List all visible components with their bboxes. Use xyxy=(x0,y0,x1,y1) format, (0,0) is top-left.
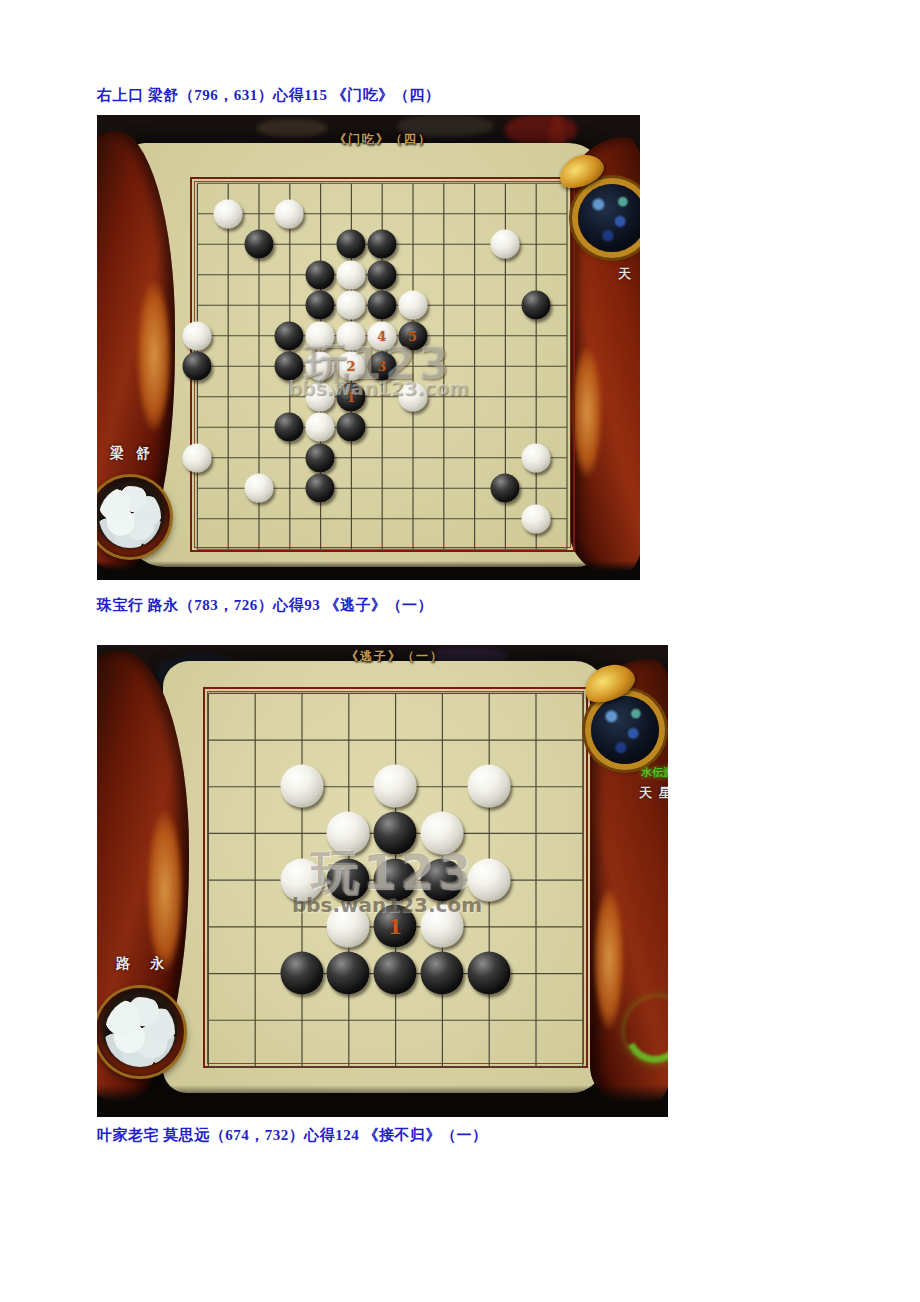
intersection[interactable] xyxy=(428,198,459,229)
intersection[interactable] xyxy=(520,351,551,382)
intersection[interactable] xyxy=(274,198,305,229)
intersection[interactable] xyxy=(336,442,367,473)
black-stone xyxy=(280,952,323,995)
intersection[interactable] xyxy=(274,168,305,199)
intersection[interactable] xyxy=(465,716,512,763)
scene-green-text: 水伝游 xyxy=(641,765,668,780)
intersection[interactable] xyxy=(397,473,428,504)
intersection[interactable] xyxy=(325,716,372,763)
intersection[interactable] xyxy=(419,950,466,997)
intersection[interactable] xyxy=(212,442,243,473)
black-stone-jar xyxy=(591,696,659,764)
scene-beam xyxy=(257,119,327,137)
intersection[interactable] xyxy=(274,412,305,443)
caption-taozi: 珠宝行 路永（783，726）心得93 《逃子》（一） xyxy=(97,596,433,615)
intersection[interactable] xyxy=(336,229,367,260)
intersection[interactable] xyxy=(366,198,397,229)
intersection[interactable] xyxy=(274,259,305,290)
intersection[interactable] xyxy=(336,412,367,443)
intersection[interactable] xyxy=(490,412,521,443)
intersection[interactable] xyxy=(520,320,551,351)
intersection[interactable] xyxy=(465,1043,512,1090)
intersection[interactable] xyxy=(428,168,459,199)
intersection[interactable] xyxy=(490,473,521,504)
intersection[interactable] xyxy=(551,229,582,260)
intersection[interactable] xyxy=(490,229,521,260)
scene-text-fragment: 天星 xyxy=(639,784,668,802)
intersection[interactable] xyxy=(185,1043,232,1090)
black-stone xyxy=(275,321,304,350)
intersection[interactable] xyxy=(459,229,490,260)
intersection[interactable] xyxy=(366,442,397,473)
black-stone xyxy=(490,474,519,503)
intersection[interactable] xyxy=(372,670,419,717)
intersection[interactable] xyxy=(325,950,372,997)
intersection[interactable] xyxy=(520,229,551,260)
scene-red-roof xyxy=(505,115,577,145)
intersection[interactable] xyxy=(520,290,551,321)
intersection[interactable] xyxy=(274,229,305,260)
intersection[interactable] xyxy=(336,168,367,199)
intersection[interactable] xyxy=(459,534,490,565)
white-stone xyxy=(521,443,550,472)
intersection[interactable] xyxy=(551,320,582,351)
intersection[interactable] xyxy=(278,763,325,810)
intersection[interactable] xyxy=(182,351,213,382)
intersection[interactable] xyxy=(397,534,428,565)
black-stone xyxy=(367,230,396,259)
intersection[interactable] xyxy=(231,810,278,857)
intersection[interactable] xyxy=(325,996,372,1043)
intersection[interactable] xyxy=(212,503,243,534)
black-stone xyxy=(306,474,335,503)
intersection[interactable] xyxy=(397,412,428,443)
go-screenshot-menchi: 《门吃》（四） 45231 玩123 bbs.wan123.com 梁舒 天 xyxy=(97,115,640,580)
intersection[interactable] xyxy=(212,198,243,229)
intersection[interactable] xyxy=(397,168,428,199)
intersection[interactable] xyxy=(428,534,459,565)
intersection[interactable] xyxy=(372,763,419,810)
intersection[interactable] xyxy=(325,670,372,717)
intersection[interactable] xyxy=(551,351,582,382)
intersection[interactable] xyxy=(490,290,521,321)
white-stone xyxy=(182,443,211,472)
intersection[interactable] xyxy=(182,290,213,321)
intersection[interactable] xyxy=(243,412,274,443)
intersection[interactable] xyxy=(185,810,232,857)
intersection[interactable] xyxy=(305,442,336,473)
intersection[interactable] xyxy=(231,763,278,810)
intersection[interactable] xyxy=(459,168,490,199)
white-stone xyxy=(275,199,304,228)
black-stone-jar xyxy=(578,184,640,252)
intersection[interactable] xyxy=(212,259,243,290)
intersection[interactable] xyxy=(428,259,459,290)
bowl-white-stones xyxy=(105,997,175,1067)
intersection[interactable] xyxy=(551,381,582,412)
white-stone xyxy=(467,765,510,808)
intersection[interactable] xyxy=(305,534,336,565)
intersection[interactable] xyxy=(274,290,305,321)
intersection[interactable] xyxy=(243,503,274,534)
white-stone xyxy=(521,504,550,533)
intersection[interactable] xyxy=(278,996,325,1043)
intersection[interactable] xyxy=(274,442,305,473)
black-stone xyxy=(306,443,335,472)
intersection[interactable] xyxy=(305,198,336,229)
intersection[interactable] xyxy=(336,198,367,229)
intersection[interactable] xyxy=(551,442,582,473)
intersection[interactable] xyxy=(185,950,232,997)
intersection[interactable] xyxy=(212,381,243,412)
intersection[interactable] xyxy=(512,763,559,810)
intersection[interactable] xyxy=(243,320,274,351)
intersection[interactable] xyxy=(428,503,459,534)
intersection[interactable] xyxy=(185,856,232,903)
intersection[interactable] xyxy=(212,534,243,565)
intersection[interactable] xyxy=(305,290,336,321)
intersection[interactable] xyxy=(459,290,490,321)
intersection[interactable] xyxy=(559,763,606,810)
intersection[interactable] xyxy=(428,442,459,473)
intersection[interactable] xyxy=(366,290,397,321)
intersection[interactable] xyxy=(512,670,559,717)
intersection[interactable] xyxy=(182,473,213,504)
intersection[interactable] xyxy=(419,716,466,763)
intersection[interactable] xyxy=(459,320,490,351)
intersection[interactable] xyxy=(428,412,459,443)
scene-text-fragment: 天 xyxy=(618,265,631,283)
white-stone xyxy=(306,413,335,442)
intersection[interactable] xyxy=(182,168,213,199)
intersection[interactable] xyxy=(520,381,551,412)
intersection[interactable] xyxy=(372,950,419,997)
intersection[interactable] xyxy=(551,259,582,290)
scene-bottom-shadow xyxy=(97,1085,668,1117)
intersection[interactable] xyxy=(336,534,367,565)
intersection[interactable] xyxy=(182,198,213,229)
intersection[interactable] xyxy=(459,503,490,534)
intersection[interactable] xyxy=(459,259,490,290)
intersection[interactable] xyxy=(551,534,582,565)
intersection[interactable] xyxy=(465,996,512,1043)
intersection[interactable] xyxy=(366,229,397,260)
intersection[interactable] xyxy=(278,950,325,997)
intersection[interactable] xyxy=(182,259,213,290)
intersection[interactable] xyxy=(231,996,278,1043)
intersection[interactable] xyxy=(490,320,521,351)
intersection[interactable] xyxy=(397,503,428,534)
intersection[interactable] xyxy=(305,259,336,290)
intersection[interactable] xyxy=(520,473,551,504)
intersection[interactable] xyxy=(366,259,397,290)
caption-jiebugui: 叶家老宅 莫思远（674，732）心得124 《接不归》（一） xyxy=(97,1126,488,1145)
move-number: 1 xyxy=(388,916,403,937)
intersection[interactable] xyxy=(274,503,305,534)
intersection[interactable] xyxy=(397,442,428,473)
intersection[interactable] xyxy=(559,856,606,903)
intersection[interactable] xyxy=(185,996,232,1043)
intersection[interactable] xyxy=(243,198,274,229)
intersection[interactable] xyxy=(243,259,274,290)
white-stone xyxy=(213,199,242,228)
puzzle-title: 《逃子》（一） xyxy=(346,648,444,665)
intersection[interactable] xyxy=(559,950,606,997)
intersection[interactable] xyxy=(336,290,367,321)
intersection[interactable] xyxy=(305,473,336,504)
intersection[interactable] xyxy=(305,503,336,534)
intersection[interactable] xyxy=(551,412,582,443)
intersection[interactable] xyxy=(428,290,459,321)
intersection[interactable] xyxy=(459,473,490,504)
intersection[interactable] xyxy=(490,442,521,473)
intersection[interactable] xyxy=(490,198,521,229)
intersection[interactable] xyxy=(465,950,512,997)
intersection[interactable] xyxy=(372,1043,419,1090)
intersection[interactable] xyxy=(243,473,274,504)
intersection[interactable] xyxy=(465,670,512,717)
black-stone xyxy=(467,952,510,995)
intersection[interactable] xyxy=(182,320,213,351)
intersection[interactable] xyxy=(274,320,305,351)
intersection[interactable] xyxy=(520,534,551,565)
intersection[interactable] xyxy=(182,229,213,260)
intersection[interactable] xyxy=(559,1043,606,1090)
intersection[interactable] xyxy=(243,442,274,473)
intersection[interactable] xyxy=(490,259,521,290)
intersection[interactable] xyxy=(559,810,606,857)
intersection[interactable] xyxy=(212,320,243,351)
intersection[interactable] xyxy=(325,763,372,810)
intersection[interactable] xyxy=(305,168,336,199)
intersection[interactable] xyxy=(520,198,551,229)
intersection[interactable] xyxy=(512,810,559,857)
white-stone-bowl xyxy=(97,988,184,1076)
intersection[interactable] xyxy=(490,534,521,565)
black-stone xyxy=(336,413,365,442)
black-stone xyxy=(336,230,365,259)
intersection[interactable] xyxy=(274,473,305,504)
intersection[interactable] xyxy=(512,716,559,763)
player-name-label: 梁舒 xyxy=(110,445,162,463)
intersection[interactable] xyxy=(512,856,559,903)
intersection[interactable] xyxy=(212,168,243,199)
caption-menchi: 右上口 梁舒（796，631）心得115 《门吃》（四） xyxy=(97,86,440,105)
intersection[interactable] xyxy=(182,381,213,412)
intersection[interactable] xyxy=(520,259,551,290)
intersection[interactable] xyxy=(520,442,551,473)
white-stone xyxy=(280,765,323,808)
black-stone xyxy=(244,230,273,259)
intersection[interactable] xyxy=(278,716,325,763)
intersection[interactable] xyxy=(366,534,397,565)
intersection[interactable] xyxy=(212,412,243,443)
black-stone xyxy=(420,952,463,995)
intersection[interactable] xyxy=(490,351,521,382)
intersection[interactable] xyxy=(512,1043,559,1090)
intersection[interactable] xyxy=(212,473,243,504)
intersection[interactable] xyxy=(243,381,274,412)
intersection[interactable] xyxy=(231,716,278,763)
intersection[interactable] xyxy=(512,996,559,1043)
intersection[interactable] xyxy=(366,412,397,443)
intersection[interactable] xyxy=(231,856,278,903)
intersection[interactable] xyxy=(182,534,213,565)
intersection[interactable] xyxy=(419,670,466,717)
intersection[interactable] xyxy=(231,1043,278,1090)
bowl-white-stones xyxy=(99,486,161,548)
intersection[interactable] xyxy=(397,290,428,321)
black-stone xyxy=(367,291,396,320)
intersection[interactable] xyxy=(182,442,213,473)
intersection[interactable] xyxy=(231,950,278,997)
intersection[interactable] xyxy=(419,763,466,810)
intersection[interactable] xyxy=(278,1043,325,1090)
black-stone xyxy=(374,952,417,995)
watermark-url: bbs.wan123.com xyxy=(292,893,482,917)
intersection[interactable] xyxy=(490,168,521,199)
intersection[interactable] xyxy=(512,903,559,950)
intersection[interactable] xyxy=(185,903,232,950)
intersection[interactable] xyxy=(305,412,336,443)
intersection[interactable] xyxy=(512,950,559,997)
intersection[interactable] xyxy=(428,229,459,260)
intersection[interactable] xyxy=(185,716,232,763)
intersection[interactable] xyxy=(325,1043,372,1090)
intersection[interactable] xyxy=(231,903,278,950)
intersection[interactable] xyxy=(366,168,397,199)
intersection[interactable] xyxy=(243,168,274,199)
intersection[interactable] xyxy=(274,534,305,565)
intersection[interactable] xyxy=(520,412,551,443)
intersection[interactable] xyxy=(278,670,325,717)
page: { "game": "go", "colors": { "caption_blu… xyxy=(0,0,920,1302)
intersection[interactable] xyxy=(212,229,243,260)
intersection[interactable] xyxy=(551,503,582,534)
intersection[interactable] xyxy=(336,259,367,290)
intersection[interactable] xyxy=(397,229,428,260)
puzzle-title: 《门吃》（四） xyxy=(334,131,432,148)
intersection[interactable] xyxy=(520,503,551,534)
black-stone xyxy=(275,413,304,442)
white-stone xyxy=(244,474,273,503)
intersection[interactable] xyxy=(551,473,582,504)
intersection[interactable] xyxy=(185,763,232,810)
watermark-url: bbs.wan123.com xyxy=(288,377,469,399)
black-stone xyxy=(306,291,335,320)
intersection[interactable] xyxy=(428,473,459,504)
intersection[interactable] xyxy=(419,996,466,1043)
intersection[interactable] xyxy=(559,903,606,950)
intersection[interactable] xyxy=(243,229,274,260)
intersection[interactable] xyxy=(459,442,490,473)
white-stone xyxy=(490,230,519,259)
scene-bottom-shadow xyxy=(97,561,640,580)
intersection[interactable] xyxy=(559,996,606,1043)
black-stone xyxy=(306,260,335,289)
white-stone xyxy=(374,765,417,808)
intersection[interactable] xyxy=(459,412,490,443)
white-stone xyxy=(336,291,365,320)
intersection[interactable] xyxy=(372,996,419,1043)
black-stone xyxy=(521,291,550,320)
intersection[interactable] xyxy=(465,763,512,810)
intersection[interactable] xyxy=(182,503,213,534)
white-stone xyxy=(336,260,365,289)
intersection[interactable] xyxy=(212,290,243,321)
white-stone xyxy=(182,321,211,350)
intersection[interactable] xyxy=(231,670,278,717)
intersection[interactable] xyxy=(243,290,274,321)
intersection[interactable] xyxy=(366,473,397,504)
white-stone xyxy=(398,291,427,320)
black-stone xyxy=(327,952,370,995)
intersection[interactable] xyxy=(397,198,428,229)
intersection[interactable] xyxy=(459,198,490,229)
intersection[interactable] xyxy=(212,351,243,382)
intersection[interactable] xyxy=(520,168,551,199)
intersection[interactable] xyxy=(490,503,521,534)
intersection[interactable] xyxy=(551,290,582,321)
intersection[interactable] xyxy=(305,229,336,260)
intersection[interactable] xyxy=(185,670,232,717)
intersection[interactable] xyxy=(372,716,419,763)
black-stone xyxy=(182,352,211,381)
black-stone xyxy=(367,260,396,289)
intersection[interactable] xyxy=(336,473,367,504)
intersection[interactable] xyxy=(419,1043,466,1090)
intersection[interactable] xyxy=(243,534,274,565)
player-name-label: 路永 xyxy=(116,955,184,973)
intersection[interactable] xyxy=(366,503,397,534)
intersection[interactable] xyxy=(336,503,367,534)
go-screenshot-taozi: 《逃子》（一） 1 玩123 bbs.wan123.com 路永 水伝游 天星 xyxy=(97,645,668,1117)
intersection[interactable] xyxy=(243,351,274,382)
intersection[interactable] xyxy=(182,412,213,443)
intersection[interactable] xyxy=(397,259,428,290)
intersection[interactable] xyxy=(490,381,521,412)
